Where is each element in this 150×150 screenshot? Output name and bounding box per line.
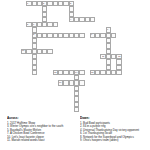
cell-number: 11 <box>102 55 104 57</box>
cell-number: 15 <box>91 71 93 73</box>
across-clues-inner: Across: 1. 2017 Halftime Show3. Winter O… <box>7 116 69 142</box>
cell-number: 16 <box>59 81 61 83</box>
cell-number: 9 <box>91 33 92 35</box>
cell-number: 6 <box>33 23 34 25</box>
down-header: Down: <box>80 116 142 120</box>
cell-number: 3 <box>70 2 71 4</box>
across-header: Across: <box>7 116 69 120</box>
cell-number: 5 <box>27 23 28 25</box>
across-list: 1. 2017 Halftime Show3. Winter Olympic s… <box>7 121 69 142</box>
cell-number: 14 <box>75 71 77 73</box>
cell-number: 2 <box>43 2 44 4</box>
cell-number: 10 <box>22 49 24 51</box>
cell-number: 1 <box>27 2 28 4</box>
down-clues-inner: Down: 1. Bud Bowl participants2. 84 in a… <box>80 116 142 142</box>
crossword-grid: 12345678910111213141516 <box>21 1 127 112</box>
down-list: 1. Bud Bowl participants2. 84 in a purpl… <box>80 121 142 142</box>
clue: 11. Mariah related words toast <box>7 139 69 142</box>
clue: 9. Ohio's hoopers team (abbrv) <box>80 139 142 142</box>
cell-number: 13 <box>54 71 56 73</box>
cell-number: 8 <box>33 33 34 35</box>
cell-number: 4 <box>70 18 71 20</box>
grid-empty <box>122 107 127 112</box>
cell-number: 12 <box>118 55 120 57</box>
across-clues: Across: 1. 2017 Halftime Show3. Winter O… <box>7 116 74 150</box>
down-clues: Down: 1. Bud Bowl participants2. 84 in a… <box>80 116 150 150</box>
crossword-worksheet: 12345678910111213141516 Across: 1. 2017 … <box>0 0 150 150</box>
cell-number: 7 <box>107 28 108 30</box>
